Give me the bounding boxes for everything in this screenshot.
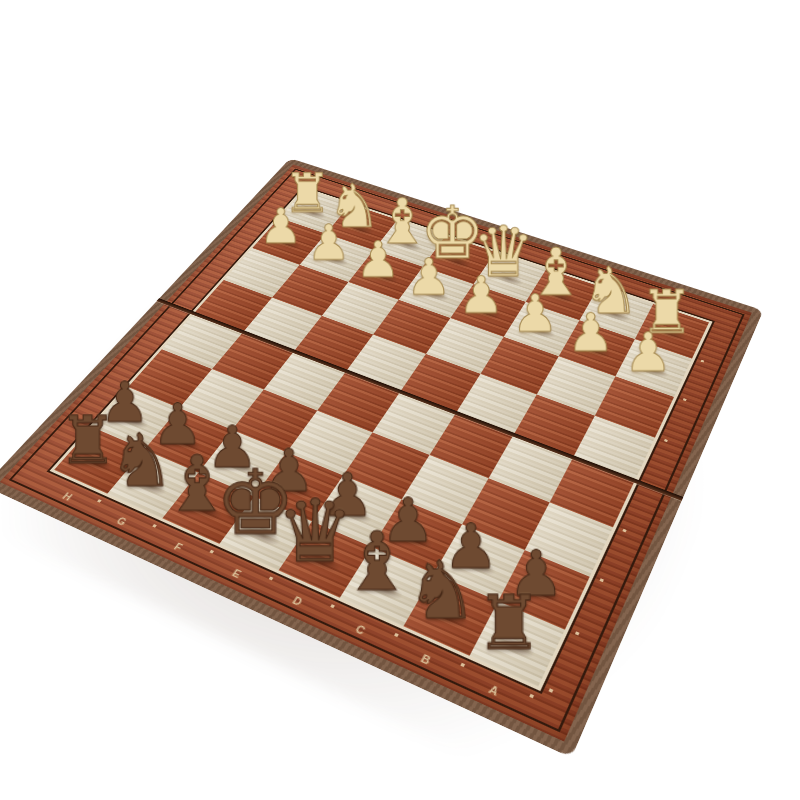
file-label-G: G xyxy=(115,515,129,527)
file-label-E: E xyxy=(230,567,243,579)
chess-set-photo: HGFEDCBA ♜♞♝♚♛♝♞♜♟♟♟♟♟♟♟♟♟♟♟♟♟♟♟♟♜♞♝♚♛♝♞… xyxy=(0,0,800,800)
file-label-D: D xyxy=(291,595,305,608)
black-rook: ♜ xyxy=(453,586,563,661)
file-label-F: F xyxy=(172,541,185,553)
file-label-C: C xyxy=(354,623,368,637)
folding-chessboard: HGFEDCBA ♜♞♝♚♛♝♞♜♟♟♟♟♟♟♟♟♟♟♟♟♟♟♟♟♜♞♝♚♛♝♞… xyxy=(0,164,752,741)
file-label-A: A xyxy=(487,683,501,698)
file-label-H: H xyxy=(61,491,75,502)
file-label-B: B xyxy=(419,652,433,666)
